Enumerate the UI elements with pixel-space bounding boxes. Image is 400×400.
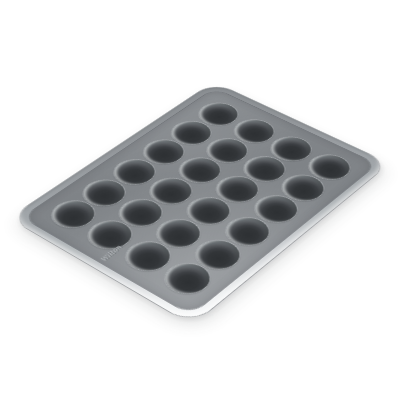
muffin-pan: Wilton — [9, 82, 389, 325]
product-photo: Wilton — [0, 0, 400, 400]
pan-plate: Wilton — [22, 88, 377, 315]
cup-grid — [39, 97, 362, 303]
pan-silver-rim: Wilton — [9, 82, 389, 325]
